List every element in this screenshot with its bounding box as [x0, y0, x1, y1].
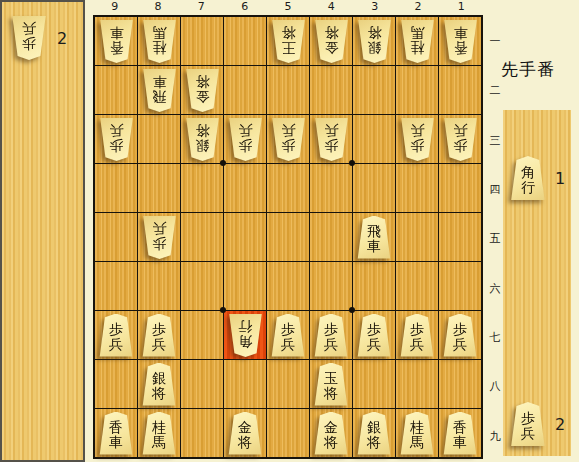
square-6-5[interactable] — [224, 213, 266, 261]
sente-hand-count-pawn: 2 — [555, 415, 565, 434]
piece-kanji: 王 — [281, 40, 295, 55]
square-1-2[interactable] — [439, 66, 481, 114]
square-5-4[interactable] — [267, 164, 309, 212]
file-label-1: 1 — [440, 0, 483, 14]
piece-kanji: 将 — [195, 74, 209, 89]
star-point — [220, 307, 226, 313]
piece-kanji: 歩 — [22, 37, 36, 52]
file-label-7: 7 — [180, 0, 223, 14]
square-9-5[interactable] — [95, 213, 137, 261]
piece-tile: 歩兵 — [442, 118, 479, 161]
square-2-5[interactable] — [396, 213, 438, 261]
piece-sente-pawn: 歩兵 — [270, 314, 307, 357]
piece-kanji: 将 — [324, 25, 338, 40]
piece-kanji: 歩 — [324, 322, 338, 337]
piece-kanji: 銀 — [367, 40, 381, 55]
piece-kanji: 兵 — [281, 123, 295, 138]
piece-kanji: 兵 — [152, 221, 166, 236]
square-4-4[interactable] — [310, 164, 352, 212]
piece-sente-pawn: 歩兵 — [98, 314, 135, 357]
piece-sente-rook: 飛車 — [356, 216, 393, 259]
square-2-7[interactable]: 歩兵 — [396, 311, 438, 359]
piece-sente-pawn: 歩兵 — [141, 314, 178, 357]
piece-tile: 香車 — [98, 412, 135, 455]
piece-gote-silver: 銀将 — [356, 20, 393, 63]
piece-tile: 金将 — [313, 20, 350, 63]
piece-kanji: 兵 — [453, 123, 467, 138]
piece-tile: 香車 — [442, 412, 479, 455]
piece-kanji: 車 — [109, 435, 123, 450]
piece-kanji: 桂 — [152, 420, 166, 435]
square-6-8[interactable] — [224, 360, 266, 408]
rank-labels: 一二三四五六七八九 — [486, 17, 504, 461]
square-2-2[interactable] — [396, 66, 438, 114]
piece-kanji: 桂 — [152, 40, 166, 55]
square-2-3[interactable]: 歩兵 — [396, 115, 438, 163]
square-8-3[interactable] — [138, 115, 180, 163]
piece-tile: 歩兵 — [399, 314, 436, 357]
piece-kanji: 香 — [453, 420, 467, 435]
piece-kanji: 角 — [238, 334, 252, 349]
piece-sente-gold: 金将 — [313, 412, 350, 455]
square-7-3[interactable]: 銀将 — [181, 115, 223, 163]
piece-kanji: 金 — [195, 89, 209, 104]
square-2-6[interactable] — [396, 262, 438, 310]
piece-gote-pawn: 歩兵 — [399, 118, 436, 161]
piece-tile: 角行 — [227, 314, 264, 357]
square-3-2[interactable] — [353, 66, 395, 114]
piece-gote-pawn: 歩兵 — [442, 118, 479, 161]
piece-kanji: 兵 — [410, 123, 424, 138]
piece-gote-pawn: 歩兵 — [98, 118, 135, 161]
piece-tile: 金将 — [313, 412, 350, 455]
piece-tile: 歩兵 — [141, 216, 178, 259]
piece-kanji: 歩 — [152, 236, 166, 251]
piece-tile: 角行 — [509, 156, 547, 200]
piece-kanji: 馬 — [152, 435, 166, 450]
square-7-6[interactable] — [181, 262, 223, 310]
piece-sente-pawn: 歩兵 — [399, 314, 436, 357]
square-5-9[interactable] — [267, 409, 309, 457]
square-8-2[interactable]: 飛車 — [138, 66, 180, 114]
square-3-8[interactable] — [353, 360, 395, 408]
piece-tile: 歩兵 — [270, 118, 307, 161]
piece-gote-bishop: 角行 — [227, 314, 264, 357]
piece-tile: 香車 — [442, 20, 479, 63]
file-label-6: 6 — [223, 0, 266, 14]
piece-sente-pawn: 歩兵 — [356, 314, 393, 357]
square-6-4[interactable] — [224, 164, 266, 212]
piece-sente-pawn[interactable]: 歩兵 — [509, 402, 547, 446]
piece-sente-lance: 香車 — [442, 412, 479, 455]
piece-kanji: 馬 — [410, 25, 424, 40]
piece-tile: 銀将 — [184, 118, 221, 161]
piece-kanji: 将 — [152, 386, 166, 401]
piece-tile: 桂馬 — [141, 20, 178, 63]
square-3-1[interactable]: 銀将 — [353, 17, 395, 65]
square-7-9[interactable] — [181, 409, 223, 457]
piece-kanji: 将 — [195, 123, 209, 138]
piece-gote-lance: 香車 — [442, 20, 479, 63]
piece-kanji: 将 — [367, 25, 381, 40]
square-9-2[interactable] — [95, 66, 137, 114]
piece-sente-pawn: 歩兵 — [442, 314, 479, 357]
piece-tile: 香車 — [98, 20, 135, 63]
piece-tile: 歩兵 — [10, 16, 48, 60]
piece-kanji: 歩 — [410, 322, 424, 337]
piece-kanji: 兵 — [109, 123, 123, 138]
piece-kanji: 歩 — [238, 138, 252, 153]
square-5-3[interactable]: 歩兵 — [267, 115, 309, 163]
piece-kanji: 玉 — [324, 371, 338, 386]
piece-kanji: 兵 — [410, 337, 424, 352]
piece-kanji: 兵 — [152, 337, 166, 352]
square-4-2[interactable] — [310, 66, 352, 114]
piece-kanji: 歩 — [453, 138, 467, 153]
turn-indicator: 先手番 — [501, 58, 555, 81]
square-8-7[interactable]: 歩兵 — [138, 311, 180, 359]
square-7-2[interactable]: 金将 — [181, 66, 223, 114]
square-5-6[interactable] — [267, 262, 309, 310]
square-5-2[interactable] — [267, 66, 309, 114]
piece-gote-silver: 銀将 — [184, 118, 221, 161]
piece-tile: 金将 — [184, 69, 221, 112]
square-4-5[interactable] — [310, 213, 352, 261]
piece-gote-gold: 金将 — [313, 20, 350, 63]
piece-gote-gold: 金将 — [184, 69, 221, 112]
piece-kanji: 金 — [238, 420, 252, 435]
square-3-3[interactable] — [353, 115, 395, 163]
piece-tile: 銀将 — [356, 412, 393, 455]
square-1-9[interactable]: 香車 — [439, 409, 481, 457]
square-9-9[interactable]: 香車 — [95, 409, 137, 457]
star-point — [349, 307, 355, 313]
piece-tile: 金将 — [227, 412, 264, 455]
file-label-9: 9 — [93, 0, 136, 14]
gote-hand: 歩兵2 — [2, 2, 83, 60]
square-1-6[interactable] — [439, 262, 481, 310]
piece-kanji: 兵 — [521, 426, 535, 441]
square-5-8[interactable] — [267, 360, 309, 408]
piece-kanji: 歩 — [281, 138, 295, 153]
gote-hand-count-pawn: 2 — [57, 29, 67, 48]
piece-kanji: 車 — [367, 239, 381, 254]
square-1-1[interactable]: 香車 — [439, 17, 481, 65]
piece-sente-lance: 香車 — [98, 412, 135, 455]
square-2-8[interactable] — [396, 360, 438, 408]
piece-tile: 桂馬 — [399, 412, 436, 455]
piece-tile: 王将 — [270, 20, 307, 63]
file-labels: 987654321 — [93, 0, 483, 14]
piece-kanji: 歩 — [367, 322, 381, 337]
piece-kanji: 馬 — [152, 25, 166, 40]
square-7-8[interactable] — [181, 360, 223, 408]
square-2-4[interactable] — [396, 164, 438, 212]
piece-tile: 銀将 — [356, 20, 393, 63]
square-6-9[interactable]: 金将 — [224, 409, 266, 457]
piece-kanji: 歩 — [281, 322, 295, 337]
piece-kanji: 兵 — [367, 337, 381, 352]
piece-kanji: 将 — [324, 435, 338, 450]
piece-kanji: 歩 — [453, 322, 467, 337]
square-1-3[interactable]: 歩兵 — [439, 115, 481, 163]
piece-sente-pawn: 歩兵 — [313, 314, 350, 357]
square-1-7[interactable]: 歩兵 — [439, 311, 481, 359]
piece-tile: 歩兵 — [98, 118, 135, 161]
piece-kanji: 飛 — [152, 89, 166, 104]
piece-kanji: 車 — [453, 25, 467, 40]
piece-kanji: 車 — [152, 74, 166, 89]
square-9-4[interactable] — [95, 164, 137, 212]
rank-label-8: 八 — [486, 362, 504, 411]
square-4-8[interactable]: 玉将 — [310, 360, 352, 408]
square-3-6[interactable] — [353, 262, 395, 310]
square-3-4[interactable] — [353, 164, 395, 212]
piece-kanji: 兵 — [281, 337, 295, 352]
square-7-4[interactable] — [181, 164, 223, 212]
square-8-4[interactable] — [138, 164, 180, 212]
piece-sente-silver: 銀将 — [356, 412, 393, 455]
square-5-5[interactable] — [267, 213, 309, 261]
rank-label-4: 四 — [486, 165, 504, 214]
square-8-1[interactable]: 桂馬 — [138, 17, 180, 65]
rank-label-6: 六 — [486, 264, 504, 313]
piece-kanji: 歩 — [109, 138, 123, 153]
piece-gote-king: 王将 — [270, 20, 307, 63]
square-1-8[interactable] — [439, 360, 481, 408]
square-6-3[interactable]: 歩兵 — [224, 115, 266, 163]
square-8-8[interactable]: 銀将 — [138, 360, 180, 408]
piece-kanji: 香 — [109, 40, 123, 55]
square-8-9[interactable]: 桂馬 — [138, 409, 180, 457]
piece-tile: 歩兵 — [356, 314, 393, 357]
piece-kanji: 兵 — [324, 337, 338, 352]
piece-kanji: 金 — [324, 40, 338, 55]
piece-kanji: 馬 — [410, 435, 424, 450]
piece-gote-knight: 桂馬 — [399, 20, 436, 63]
square-9-7[interactable]: 歩兵 — [95, 311, 137, 359]
square-9-8[interactable] — [95, 360, 137, 408]
piece-kanji: 銀 — [152, 371, 166, 386]
piece-sente-silver: 銀将 — [141, 363, 178, 406]
file-label-4: 4 — [310, 0, 353, 14]
square-7-7[interactable] — [181, 311, 223, 359]
piece-tile: 歩兵 — [442, 314, 479, 357]
shogi-app: 歩兵2 987654321 一二三四五六七八九 香車桂馬王将金将銀将桂馬香車飛車… — [0, 0, 579, 462]
sente-hand-tray: 角行1歩兵2 — [503, 110, 571, 456]
piece-kanji: 将 — [324, 386, 338, 401]
square-7-1[interactable] — [181, 17, 223, 65]
piece-tile: 玉将 — [313, 363, 350, 406]
piece-kanji: 桂 — [410, 420, 424, 435]
square-4-3[interactable]: 歩兵 — [310, 115, 352, 163]
square-4-1[interactable]: 金将 — [310, 17, 352, 65]
piece-kanji: 飛 — [367, 224, 381, 239]
file-label-3: 3 — [353, 0, 396, 14]
square-6-2[interactable] — [224, 66, 266, 114]
piece-kanji: 香 — [453, 40, 467, 55]
square-4-9[interactable]: 金将 — [310, 409, 352, 457]
star-point — [349, 160, 355, 166]
square-9-6[interactable] — [95, 262, 137, 310]
square-9-3[interactable]: 歩兵 — [95, 115, 137, 163]
shogi-board: 香車桂馬王将金将銀将桂馬香車飛車金将歩兵銀将歩兵歩兵歩兵歩兵歩兵歩兵飛車歩兵歩兵… — [93, 15, 483, 459]
piece-gote-pawn: 歩兵 — [313, 118, 350, 161]
piece-kanji: 金 — [324, 420, 338, 435]
piece-kanji: 歩 — [324, 138, 338, 153]
piece-kanji: 行 — [238, 319, 252, 334]
square-3-5[interactable]: 飛車 — [353, 213, 395, 261]
square-2-1[interactable]: 桂馬 — [396, 17, 438, 65]
piece-sente-knight: 桂馬 — [141, 412, 178, 455]
piece-kanji: 兵 — [238, 123, 252, 138]
square-4-6[interactable] — [310, 262, 352, 310]
piece-kanji: 兵 — [109, 337, 123, 352]
piece-kanji: 銀 — [195, 138, 209, 153]
piece-kanji: 銀 — [367, 420, 381, 435]
square-5-7[interactable]: 歩兵 — [267, 311, 309, 359]
gote-hand-tray: 歩兵2 — [0, 0, 85, 462]
piece-kanji: 歩 — [152, 322, 166, 337]
piece-tile: 歩兵 — [98, 314, 135, 357]
piece-tile: 歩兵 — [141, 314, 178, 357]
square-6-6[interactable] — [224, 262, 266, 310]
square-6-7[interactable]: 角行 — [224, 311, 266, 359]
square-4-7[interactable]: 歩兵 — [310, 311, 352, 359]
rank-label-9: 九 — [486, 412, 504, 461]
piece-kanji: 兵 — [324, 123, 338, 138]
square-1-5[interactable] — [439, 213, 481, 261]
sente-hand-count-bishop: 1 — [555, 169, 565, 188]
piece-sente-knight: 桂馬 — [399, 412, 436, 455]
piece-kanji: 将 — [367, 435, 381, 450]
file-label-5: 5 — [266, 0, 309, 14]
piece-kanji: 桂 — [410, 40, 424, 55]
piece-tile: 歩兵 — [509, 402, 547, 446]
piece-kanji: 車 — [109, 25, 123, 40]
square-2-9[interactable]: 桂馬 — [396, 409, 438, 457]
piece-gote-rook: 飛車 — [141, 69, 178, 112]
file-label-8: 8 — [136, 0, 179, 14]
piece-kanji: 歩 — [410, 138, 424, 153]
piece-tile: 飛車 — [356, 216, 393, 259]
piece-sente-king: 玉将 — [313, 363, 350, 406]
sente-hand-group-pawn: 歩兵2 — [509, 402, 565, 446]
square-8-5[interactable]: 歩兵 — [138, 213, 180, 261]
piece-tile: 歩兵 — [313, 118, 350, 161]
square-1-4[interactable] — [439, 164, 481, 212]
file-label-2: 2 — [396, 0, 439, 14]
square-5-1[interactable]: 王将 — [267, 17, 309, 65]
square-6-1[interactable] — [224, 17, 266, 65]
piece-sente-bishop[interactable]: 角行 — [509, 156, 547, 200]
piece-kanji: 将 — [281, 25, 295, 40]
sente-hand-group-bishop: 角行1 — [509, 156, 565, 200]
piece-kanji: 兵 — [453, 337, 467, 352]
piece-gote-knight: 桂馬 — [141, 20, 178, 63]
square-8-6[interactable] — [138, 262, 180, 310]
piece-gote-pawn[interactable]: 歩兵 — [10, 16, 48, 60]
piece-kanji: 行 — [521, 180, 535, 195]
square-3-7[interactable]: 歩兵 — [353, 311, 395, 359]
piece-tile: 銀将 — [141, 363, 178, 406]
square-3-9[interactable]: 銀将 — [353, 409, 395, 457]
piece-kanji: 角 — [521, 165, 535, 180]
piece-tile: 歩兵 — [270, 314, 307, 357]
piece-tile: 歩兵 — [399, 118, 436, 161]
piece-kanji: 車 — [453, 435, 467, 450]
piece-kanji: 香 — [109, 420, 123, 435]
piece-tile: 桂馬 — [141, 412, 178, 455]
square-9-1[interactable]: 香車 — [95, 17, 137, 65]
piece-gote-pawn: 歩兵 — [141, 216, 178, 259]
rank-label-5: 五 — [486, 214, 504, 263]
piece-tile: 桂馬 — [399, 20, 436, 63]
piece-tile: 飛車 — [141, 69, 178, 112]
piece-kanji: 将 — [238, 435, 252, 450]
piece-tile: 歩兵 — [227, 118, 264, 161]
piece-gote-pawn: 歩兵 — [270, 118, 307, 161]
rank-label-7: 七 — [486, 313, 504, 362]
piece-kanji: 歩 — [521, 411, 535, 426]
piece-tile: 歩兵 — [313, 314, 350, 357]
piece-sente-gold: 金将 — [227, 412, 264, 455]
piece-gote-lance: 香車 — [98, 20, 135, 63]
piece-gote-pawn: 歩兵 — [227, 118, 264, 161]
piece-kanji: 兵 — [22, 22, 36, 37]
square-7-5[interactable] — [181, 213, 223, 261]
star-point — [220, 160, 226, 166]
piece-kanji: 歩 — [109, 322, 123, 337]
rank-label-3: 三 — [486, 116, 504, 165]
board-block: 香車桂馬王将金将銀将桂馬香車飛車金将歩兵銀将歩兵歩兵歩兵歩兵歩兵歩兵飛車歩兵歩兵… — [93, 15, 483, 459]
